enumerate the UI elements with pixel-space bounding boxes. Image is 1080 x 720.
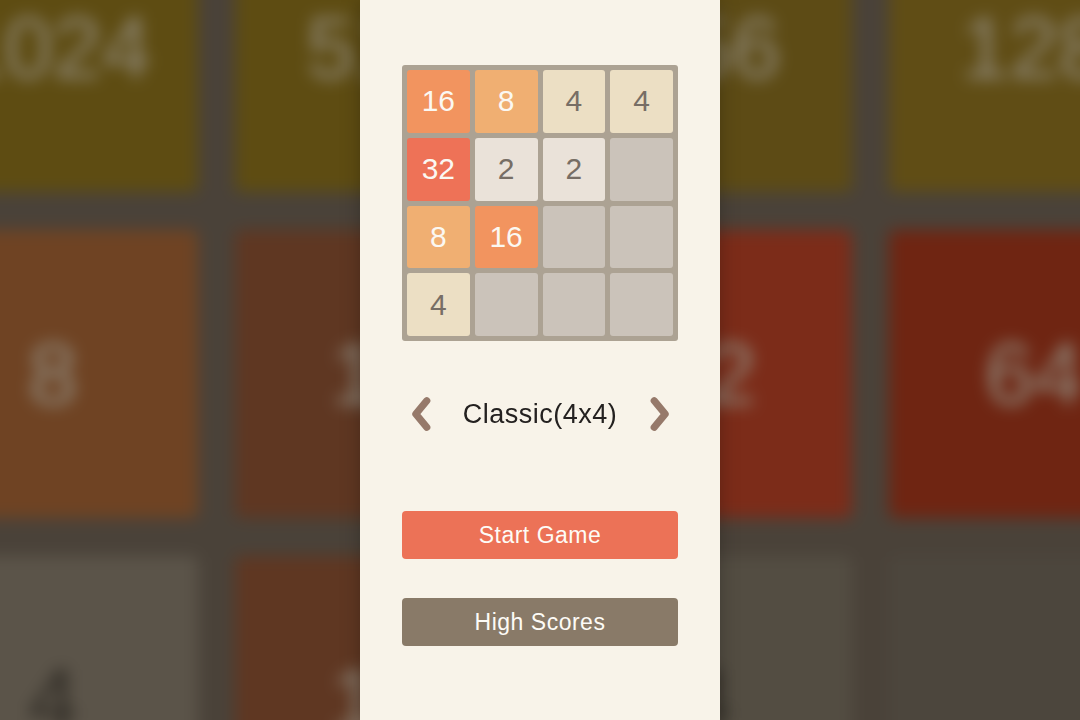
preview-cell-empty: [610, 273, 673, 336]
preview-tile-4: 4: [543, 70, 606, 133]
prev-mode-button[interactable]: [406, 394, 434, 434]
preview-tile-8: 8: [407, 206, 470, 269]
preview-grid: 1684432228164: [402, 65, 678, 341]
preview-cell-empty: [543, 273, 606, 336]
preview-tile-16: 16: [407, 70, 470, 133]
menu-panel: 1684432228164 Classic(4x4) Start Game Hi…: [360, 0, 720, 720]
chevron-left-icon: [408, 395, 433, 433]
bg-tile-8: 8: [0, 230, 198, 518]
preview-tile-4: 4: [407, 273, 470, 336]
bg-cell-empty: [889, 556, 1080, 720]
mode-label: Classic(4x4): [463, 399, 618, 430]
preview-tile-2: 2: [543, 138, 606, 201]
bg-tile-1024: 1024: [0, 0, 198, 192]
preview-tile-2: 2: [475, 138, 538, 201]
high-scores-button[interactable]: High Scores: [402, 598, 678, 646]
bg-tile-128: 128: [889, 0, 1080, 192]
next-mode-button[interactable]: [646, 394, 674, 434]
preview-tile-8: 8: [475, 70, 538, 133]
chevron-right-icon: [648, 395, 673, 433]
preview-tile-32: 32: [407, 138, 470, 201]
preview-cell-empty: [610, 138, 673, 201]
preview-cell-empty: [543, 206, 606, 269]
bg-tile-64: 64: [889, 230, 1080, 518]
preview-cell-empty: [475, 273, 538, 336]
preview-tile-4: 4: [610, 70, 673, 133]
bg-tile-4: 4: [0, 556, 198, 720]
preview-tile-16: 16: [475, 206, 538, 269]
preview-cell-empty: [610, 206, 673, 269]
start-game-button[interactable]: Start Game: [402, 511, 678, 559]
mode-selector: Classic(4x4): [360, 393, 720, 435]
